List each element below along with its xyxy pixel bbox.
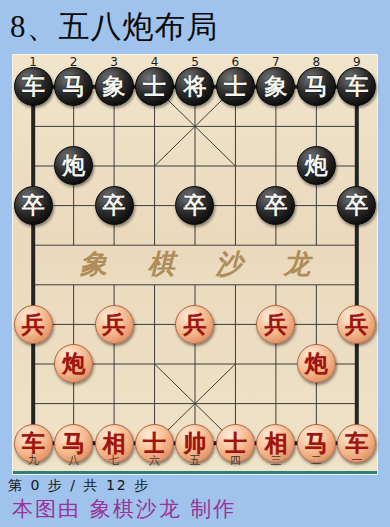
- piece-black-rook[interactable]: 车: [14, 67, 53, 106]
- piece-black-cannon[interactable]: 炮: [54, 146, 93, 185]
- piece-black-elephant[interactable]: 象: [256, 67, 295, 106]
- piece-black-general[interactable]: 将: [175, 67, 214, 106]
- piece-black-advisor[interactable]: 士: [216, 67, 255, 106]
- board-grid-area: 象 棋 沙 龙 车马象士将士象马车炮炮卒卒卒卒卒兵兵兵兵兵炮炮车马相士帅士相马车: [13, 67, 377, 463]
- move-counter: 第 0 步 / 共 12 步: [8, 477, 150, 495]
- file-label: 二: [311, 454, 322, 468]
- piece-black-soldier[interactable]: 卒: [256, 186, 295, 225]
- file-label: 一: [351, 454, 362, 468]
- piece-black-rook[interactable]: 车: [337, 67, 376, 106]
- file-label: 六: [149, 454, 160, 468]
- piece-black-soldier[interactable]: 卒: [14, 186, 53, 225]
- file-label: 四: [230, 454, 241, 468]
- xiangqi-board[interactable]: 123456789: [13, 55, 377, 474]
- file-label: 七: [109, 454, 120, 468]
- file-label: 九: [28, 454, 39, 468]
- piece-red-soldier[interactable]: 兵: [95, 305, 134, 344]
- piece-black-soldier[interactable]: 卒: [337, 186, 376, 225]
- piece-black-cannon[interactable]: 炮: [297, 146, 336, 185]
- file-label: 三: [270, 454, 281, 468]
- page-title: 8、五八炮布局: [10, 6, 380, 48]
- piece-black-advisor[interactable]: 士: [135, 67, 174, 106]
- piece-red-soldier[interactable]: 兵: [14, 305, 53, 344]
- pieces-layer: 车马象士将士象马车炮炮卒卒卒卒卒兵兵兵兵兵炮炮车马相士帅士相马车: [13, 67, 377, 463]
- file-label: 五: [190, 454, 201, 468]
- file-label: 八: [68, 454, 79, 468]
- piece-red-soldier[interactable]: 兵: [337, 305, 376, 344]
- piece-black-soldier[interactable]: 卒: [175, 186, 214, 225]
- piece-black-soldier[interactable]: 卒: [95, 186, 134, 225]
- file-labels-bottom: 九八七六五四三二一: [13, 454, 377, 468]
- piece-red-cannon[interactable]: 炮: [297, 344, 336, 383]
- piece-red-soldier[interactable]: 兵: [256, 305, 295, 344]
- piece-red-soldier[interactable]: 兵: [175, 305, 214, 344]
- piece-black-horse[interactable]: 马: [297, 67, 336, 106]
- credit-text: 本图由 象棋沙龙 制作: [12, 495, 236, 523]
- piece-red-cannon[interactable]: 炮: [54, 344, 93, 383]
- piece-black-elephant[interactable]: 象: [95, 67, 134, 106]
- piece-black-horse[interactable]: 马: [54, 67, 93, 106]
